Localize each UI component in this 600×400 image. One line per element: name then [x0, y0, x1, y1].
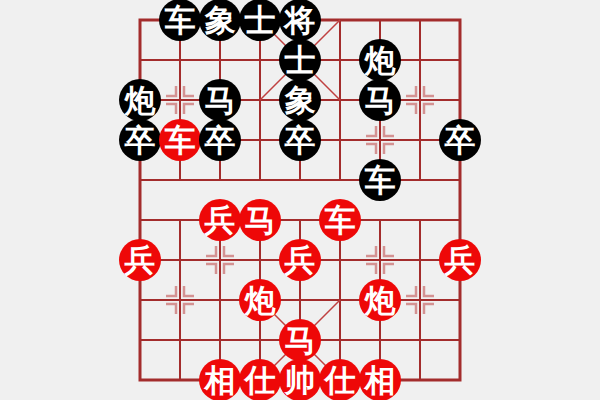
xiangqi-board: 车象士将士炮炮马象马卒车卒卒卒车兵马车兵兵兵炮炮马相仕帅仕相: [0, 0, 600, 400]
piece-black-chariot[interactable]: 车: [159, 0, 201, 41]
piece-red-soldier[interactable]: 兵: [279, 239, 321, 281]
piece-red-elephant[interactable]: 相: [199, 359, 241, 400]
piece-black-cannon[interactable]: 炮: [359, 39, 401, 81]
piece-black-soldier[interactable]: 卒: [119, 119, 161, 161]
piece-black-horse[interactable]: 马: [199, 79, 241, 121]
piece-red-general[interactable]: 帅: [279, 359, 321, 400]
piece-red-chariot[interactable]: 车: [319, 199, 361, 241]
board-grid[interactable]: 车象士将士炮炮马象马卒车卒卒卒车兵马车兵兵兵炮炮马相仕帅仕相: [120, 0, 480, 400]
piece-black-general[interactable]: 将: [279, 0, 321, 41]
piece-black-horse[interactable]: 马: [359, 79, 401, 121]
piece-red-soldier[interactable]: 兵: [119, 239, 161, 281]
piece-black-elephant[interactable]: 象: [279, 79, 321, 121]
piece-red-chariot[interactable]: 车: [159, 119, 201, 161]
piece-black-elephant[interactable]: 象: [199, 0, 241, 41]
piece-black-soldier[interactable]: 卒: [279, 119, 321, 161]
piece-black-advisor[interactable]: 士: [279, 39, 321, 81]
piece-black-chariot[interactable]: 车: [359, 159, 401, 201]
piece-red-soldier[interactable]: 兵: [439, 239, 481, 281]
piece-red-elephant[interactable]: 相: [359, 359, 401, 400]
piece-black-cannon[interactable]: 炮: [119, 79, 161, 121]
piece-red-horse[interactable]: 马: [279, 319, 321, 361]
piece-black-soldier[interactable]: 卒: [199, 119, 241, 161]
piece-red-soldier[interactable]: 兵: [199, 199, 241, 241]
piece-black-advisor[interactable]: 士: [239, 0, 281, 41]
piece-red-cannon[interactable]: 炮: [239, 279, 281, 321]
piece-red-cannon[interactable]: 炮: [359, 279, 401, 321]
piece-red-advisor[interactable]: 仕: [239, 359, 281, 400]
piece-red-horse[interactable]: 马: [239, 199, 281, 241]
piece-red-advisor[interactable]: 仕: [319, 359, 361, 400]
piece-black-soldier[interactable]: 卒: [439, 119, 481, 161]
